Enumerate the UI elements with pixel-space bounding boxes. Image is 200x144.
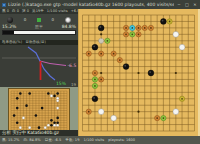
score-label: -6.5 [68,63,77,68]
black-winrate: 15.2% [2,24,16,30]
status-item: 手数: 19 [65,136,79,144]
candidate-value-mark [107,40,109,42]
small-board-black-stone [13,114,16,117]
small-board-black-stone [35,114,38,117]
info-panel: 0 0 15.2% 胜率 84.8% [0,14,78,40]
minimize-button[interactable]: ─ [176,0,182,9]
star-point [137,111,139,113]
stone-highlight [162,20,164,22]
menu-item: +6.5 [71,9,78,14]
window-title: Lizzie (.)katago.exe gtp -model kataGo40… [8,0,174,9]
small-board-black-stone [56,92,59,95]
stone-highlight [93,45,95,47]
star-point [137,72,139,74]
small-board-white-stone [44,126,47,129]
white-winrate: 84.8% [62,24,76,30]
menu-bar[interactable]: 黑 0白 0讓 0第19手1/100 visits+6.5 [0,9,78,14]
small-board-black-stone [41,107,44,110]
star-point [100,72,102,74]
stone-highlight [149,71,151,73]
small-board-black-stone [56,117,59,120]
white-stone [111,115,117,121]
white-captures: 0 [52,17,55,22]
small-board-white-stone [28,126,31,129]
menu-item: 1/100 visits [47,9,68,14]
small-board-black-stone [47,92,50,95]
winrate-bar-black [3,31,14,34]
small-board-black-stone [56,121,59,124]
winrate-label: 胜率 [35,24,43,30]
small-board-black-stone [16,121,19,124]
small-board-white-stone [47,124,50,127]
winrate-graph[interactable]: -6.515%19 [0,45,78,87]
menu-item: 讓 0 [22,9,29,14]
small-board-black-stone [25,104,28,107]
small-board-black-stone [53,95,56,98]
move-quality-icon [37,18,41,22]
black-stone-icon [7,17,13,23]
candidate-value-mark [131,27,133,29]
winrate-drop-bar [40,61,42,80]
go-board-canvas [79,9,198,136]
status-item: 1/100 visits [83,136,104,144]
candidate-value-mark [113,53,115,55]
candidate-value-mark [125,27,127,29]
black-stone [92,96,98,102]
white-stone [179,44,185,50]
status-bar: 黑: 15.2%白: 84.8%目差: -6.5手数: 191/100 visi… [0,136,200,144]
small-board-white-stone [53,124,56,127]
star-point [100,33,102,35]
candidate-value-mark [169,21,171,23]
candidate-value-mark [156,117,158,119]
go-board[interactable] [78,9,200,136]
app-icon [2,3,6,7]
candidate-value-mark [100,53,102,55]
star-point [175,72,177,74]
status-item: playouts: 1600 [108,136,135,144]
white-stone [173,109,179,115]
small-board-white-stone [56,97,59,100]
black-stone [148,70,154,76]
go-analysis-app: Lizzie (.)katago.exe gtp -model kataGo40… [0,0,200,144]
maximize-button[interactable]: □ [184,0,190,9]
stone-highlight [93,97,95,99]
small-board-white-stone [56,99,59,102]
candidate-value-mark [163,117,165,119]
white-stone-icon [65,17,71,23]
candidate-value-mark [88,53,90,55]
small-board-black-stone [16,107,19,110]
candidate-value-mark [94,79,96,81]
candidate-value-mark [131,33,133,35]
black-stone [92,44,98,50]
status-item: 白: 84.8% [23,136,40,144]
white-stone [98,109,104,115]
small-board-black-stone [53,121,56,124]
black-stone [123,64,129,70]
black-captures: 0 [24,17,27,22]
stone-highlight [99,26,101,28]
candidate-value-mark [144,27,146,29]
small-board-black-stone [38,126,41,129]
candidate-move-ghost [99,38,104,43]
graph-canvas: -6.515%19 [0,45,78,87]
close-button[interactable]: ✕ [192,0,198,9]
small-board-black-stone [19,92,22,95]
candidate-value-mark [138,33,140,35]
small-board-black-stone [50,124,53,127]
black-stone [160,19,166,25]
small-board-white-stone [56,124,59,127]
white-stone [173,31,179,37]
candidate-value-mark [150,27,152,29]
window-titlebar: Lizzie (.)katago.exe gtp -model kataGo40… [0,0,200,9]
status-item: 目差: -6.5 [45,136,62,144]
small-board-black-stone [28,92,31,95]
variation-board-area [0,87,78,130]
left-panel: 黑 0白 0讓 0第19手1/100 visits+6.5 0 0 15.2% … [0,9,78,136]
candidate-value-mark [100,79,102,81]
candidate-value-mark [138,27,140,29]
candidate-value-mark [94,72,96,74]
small-board-white-stone [19,126,22,129]
candidate-value-mark [181,98,183,100]
small-board-white-stone [56,107,59,110]
menu-item: 白 0 [12,9,19,14]
winrate-bar [2,30,76,35]
small-board-black-stone [50,119,53,122]
status-item: 黑: 15.2% [2,136,19,144]
small-board-white-stone [50,95,53,98]
candidate-value-mark [119,59,121,61]
menu-item: 黑 0 [2,9,9,14]
candidate-value-mark [94,85,96,87]
stone-highlight [124,65,126,67]
winrate-value-label: 15% [56,81,67,86]
candidate-value-mark [125,33,127,35]
black-stone [98,25,104,31]
menu-item: 第19手 [32,9,44,14]
small-board-black-stone [16,97,19,100]
small-board-white-stone [22,117,25,120]
candidate-value-mark [88,111,90,113]
